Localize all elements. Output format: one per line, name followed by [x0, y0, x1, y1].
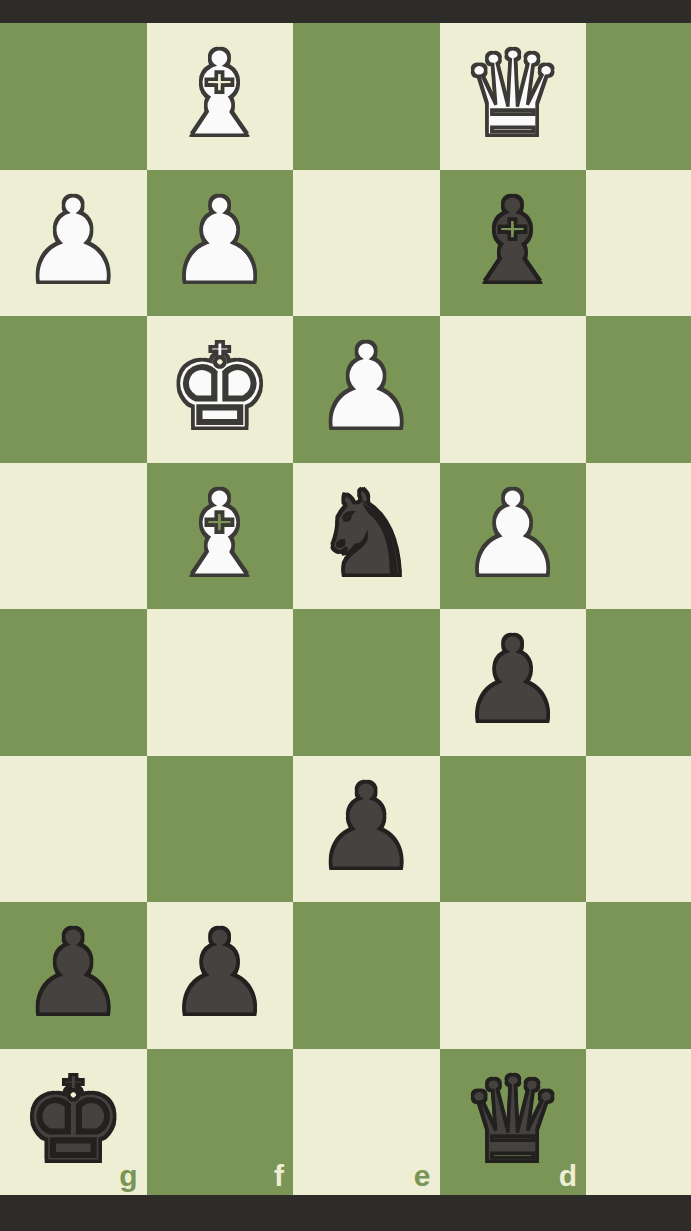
black-pawn-f7[interactable]: ♟: [167, 914, 273, 1032]
square-d3[interactable]: [440, 316, 587, 463]
bottom-app-bar: [0, 1195, 691, 1231]
square-d4[interactable]: ♟: [440, 463, 587, 610]
board-viewport: ♝♛♟♟♝♚♟♝♞♟♟♟♟♟♚gfe♛d: [0, 23, 691, 1195]
file-label-g: g: [119, 1161, 137, 1191]
square-d8[interactable]: ♛d: [440, 1049, 587, 1196]
black-bishop-d2[interactable]: ♝: [460, 182, 566, 300]
square-d6[interactable]: [440, 756, 587, 903]
square-c5[interactable]: [586, 609, 691, 756]
file-label-d: d: [559, 1161, 577, 1191]
square-c8[interactable]: [586, 1049, 691, 1196]
square-e8[interactable]: e: [293, 1049, 440, 1196]
square-f3[interactable]: ♚: [147, 316, 294, 463]
square-g6[interactable]: [0, 756, 147, 903]
square-f5[interactable]: [147, 609, 294, 756]
square-f7[interactable]: ♟: [147, 902, 294, 1049]
square-g3[interactable]: [0, 316, 147, 463]
square-e1[interactable]: [293, 23, 440, 170]
square-c3[interactable]: [586, 316, 691, 463]
black-knight-e4[interactable]: ♞: [313, 475, 419, 593]
chess-app-screen: ♝♛♟♟♝♚♟♝♞♟♟♟♟♟♚gfe♛d: [0, 0, 691, 1231]
white-bishop-f4[interactable]: ♝: [167, 475, 273, 593]
square-c2[interactable]: [586, 170, 691, 317]
square-d5[interactable]: ♟: [440, 609, 587, 756]
square-g5[interactable]: [0, 609, 147, 756]
file-label-f: f: [274, 1161, 284, 1191]
square-c6[interactable]: [586, 756, 691, 903]
square-e3[interactable]: ♟: [293, 316, 440, 463]
square-d1[interactable]: ♛: [440, 23, 587, 170]
square-f1[interactable]: ♝: [147, 23, 294, 170]
square-d7[interactable]: [440, 902, 587, 1049]
square-g8[interactable]: ♚g: [0, 1049, 147, 1196]
square-e6[interactable]: ♟: [293, 756, 440, 903]
white-pawn-g2[interactable]: ♟: [20, 182, 126, 300]
square-e2[interactable]: [293, 170, 440, 317]
white-pawn-d4[interactable]: ♟: [460, 475, 566, 593]
white-pawn-e3[interactable]: ♟: [313, 328, 419, 446]
square-e5[interactable]: [293, 609, 440, 756]
square-g1[interactable]: [0, 23, 147, 170]
square-d2[interactable]: ♝: [440, 170, 587, 317]
top-app-bar: [0, 0, 691, 23]
white-queen-d1[interactable]: ♛: [460, 35, 566, 153]
square-g2[interactable]: ♟: [0, 170, 147, 317]
black-pawn-g7[interactable]: ♟: [20, 914, 126, 1032]
square-g4[interactable]: [0, 463, 147, 610]
square-f2[interactable]: ♟: [147, 170, 294, 317]
square-c4[interactable]: [586, 463, 691, 610]
white-pawn-f2[interactable]: ♟: [167, 182, 273, 300]
black-queen-d8[interactable]: ♛: [460, 1061, 566, 1179]
square-f8[interactable]: f: [147, 1049, 294, 1196]
square-f4[interactable]: ♝: [147, 463, 294, 610]
black-king-g8[interactable]: ♚: [20, 1061, 126, 1179]
white-bishop-f1[interactable]: ♝: [167, 35, 273, 153]
square-e7[interactable]: [293, 902, 440, 1049]
square-g7[interactable]: ♟: [0, 902, 147, 1049]
chess-board: ♝♛♟♟♝♚♟♝♞♟♟♟♟♟♚gfe♛d: [0, 23, 691, 1195]
file-label-e: e: [414, 1161, 431, 1191]
white-king-f3[interactable]: ♚: [167, 328, 273, 446]
square-c1[interactable]: [586, 23, 691, 170]
black-pawn-e6[interactable]: ♟: [313, 768, 419, 886]
square-e4[interactable]: ♞: [293, 463, 440, 610]
black-pawn-d5[interactable]: ♟: [460, 621, 566, 739]
square-c7[interactable]: [586, 902, 691, 1049]
square-f6[interactable]: [147, 756, 294, 903]
